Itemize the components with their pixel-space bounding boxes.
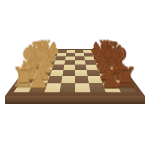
board-front-edge	[5, 96, 145, 104]
square-g5[interactable]	[75, 76, 89, 83]
board-perspective-scene: ♜♟♟♜♞♟♟♞♝♟♟♝♛♟♟♛♚♟♟♚♝♟♟♝♞♟♟♞♜♟♟♜	[0, 0, 150, 150]
chess-set-photo: ♜♟♟♜♞♟♟♞♝♟♟♝♛♟♟♛♚♟♟♚♝♟♟♝♞♟♟♞♜♟♟♜	[0, 0, 150, 150]
piece-black-rook[interactable]: ♜	[114, 64, 138, 91]
square-h4[interactable]	[60, 83, 75, 92]
piece-white-pawn[interactable]: ♟	[28, 67, 49, 91]
square-h8[interactable]: ♜	[116, 83, 136, 92]
chess-board: ♜♟♟♜♞♟♟♞♝♟♟♝♛♟♟♛♚♟♟♚♝♟♟♝♞♟♟♞♜♟♟♜	[5, 49, 145, 96]
square-h5[interactable]	[75, 83, 90, 92]
square-g4[interactable]	[61, 76, 75, 83]
